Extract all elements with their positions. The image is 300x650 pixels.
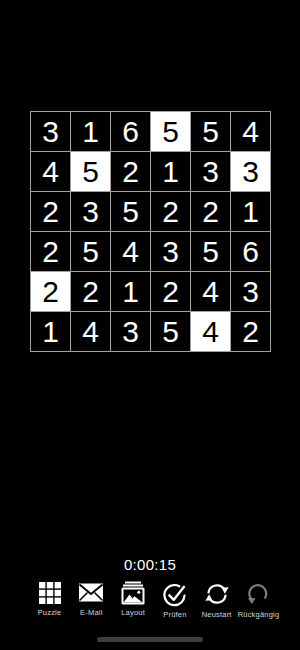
board-cell-r5c3[interactable]: 1 xyxy=(111,272,150,311)
game-timer: 0:00:15 xyxy=(0,556,300,573)
bottom-toolbar: Puzzle E-Mail xyxy=(29,581,279,619)
board-cell-r1c2[interactable]: 1 xyxy=(71,112,110,151)
board-cell-r5c2[interactable]: 2 xyxy=(71,272,110,311)
board-cell-r2c2[interactable]: 5 xyxy=(71,152,110,191)
board-cell-r4c2[interactable]: 5 xyxy=(71,232,110,271)
board-cell-r3c2[interactable]: 3 xyxy=(71,192,110,231)
board-cell-r3c5[interactable]: 2 xyxy=(191,192,230,231)
board-cell-r5c6[interactable]: 3 xyxy=(231,272,270,311)
check-circle-icon xyxy=(162,581,188,607)
puzzle-button[interactable]: Puzzle xyxy=(29,581,70,619)
refresh-icon xyxy=(204,581,230,607)
board-cell-r6c5[interactable]: 4 xyxy=(191,312,230,351)
grid-icon xyxy=(38,581,62,605)
board-cell-r1c1[interactable]: 3 xyxy=(31,112,70,151)
app-screen: 316554452133235221254356221243143542 0:0… xyxy=(0,0,300,650)
undo-label: Rückgängig xyxy=(238,610,280,619)
board-cell-r2c5[interactable]: 3 xyxy=(191,152,230,191)
layout-button[interactable]: Layout xyxy=(113,581,154,619)
board-cell-r4c3[interactable]: 4 xyxy=(111,232,150,271)
board-cell-r3c4[interactable]: 2 xyxy=(151,192,190,231)
board-cell-r5c4[interactable]: 2 xyxy=(151,272,190,311)
board-cell-r6c3[interactable]: 3 xyxy=(111,312,150,351)
board-cell-r2c3[interactable]: 2 xyxy=(111,152,150,191)
board-cell-r6c2[interactable]: 4 xyxy=(71,312,110,351)
board-cell-r3c1[interactable]: 2 xyxy=(31,192,70,231)
board-cell-r6c1[interactable]: 1 xyxy=(31,312,70,351)
undo-button[interactable]: Rückgängig xyxy=(238,581,279,619)
undo-icon xyxy=(245,581,271,607)
board-cell-r3c3[interactable]: 5 xyxy=(111,192,150,231)
hitori-board: 316554452133235221254356221243143542 xyxy=(30,111,271,352)
board-cell-r4c5[interactable]: 5 xyxy=(191,232,230,271)
email-button[interactable]: E-Mail xyxy=(71,581,112,619)
puzzle-label: Puzzle xyxy=(38,608,62,617)
board-cell-r3c6[interactable]: 1 xyxy=(231,192,270,231)
board-cell-r4c4[interactable]: 3 xyxy=(151,232,190,271)
envelope-icon xyxy=(78,581,104,605)
photo-stack-icon xyxy=(120,581,146,605)
restart-label: Neustart xyxy=(202,610,232,619)
board-cell-r2c1[interactable]: 4 xyxy=(31,152,70,191)
board-cell-r1c6[interactable]: 4 xyxy=(231,112,270,151)
board-cell-r1c5[interactable]: 5 xyxy=(191,112,230,151)
board-cell-r1c4[interactable]: 5 xyxy=(151,112,190,151)
board-cell-r5c5[interactable]: 4 xyxy=(191,272,230,311)
layout-label: Layout xyxy=(121,608,145,617)
email-label: E-Mail xyxy=(80,608,102,617)
board-cell-r5c1[interactable]: 2 xyxy=(31,272,70,311)
check-button[interactable]: Prüfen xyxy=(154,581,195,619)
board-cell-r1c3[interactable]: 6 xyxy=(111,112,150,151)
board-cell-r2c4[interactable]: 1 xyxy=(151,152,190,191)
check-label: Prüfen xyxy=(163,610,186,619)
board-cell-r4c1[interactable]: 2 xyxy=(31,232,70,271)
restart-button[interactable]: Neustart xyxy=(196,581,237,619)
board-cell-r6c6[interactable]: 2 xyxy=(231,312,270,351)
board-cell-r4c6[interactable]: 6 xyxy=(231,232,270,271)
home-indicator[interactable] xyxy=(97,637,203,642)
board-cell-r6c4[interactable]: 5 xyxy=(151,312,190,351)
board-cell-r2c6[interactable]: 3 xyxy=(231,152,270,191)
